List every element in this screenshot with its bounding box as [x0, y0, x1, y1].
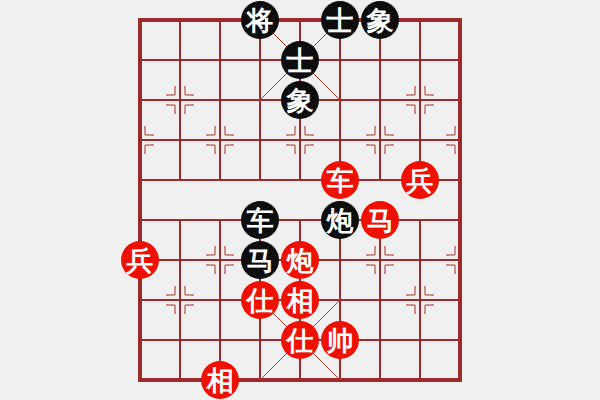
piece-red-horse[interactable]: 马 — [361, 201, 399, 239]
piece-black-advisor[interactable]: 士 — [281, 41, 319, 79]
piece-red-advisor[interactable]: 仕 — [281, 321, 319, 359]
piece-red-cannon[interactable]: 炮 — [281, 241, 319, 279]
piece-red-advisor[interactable]: 仕 — [241, 281, 279, 319]
board-grid: 将士象士象车炮马车兵马兵炮仕相仕帅相 — [120, 0, 480, 400]
piece-black-horse[interactable]: 马 — [241, 241, 279, 279]
piece-red-elephant[interactable]: 相 — [201, 361, 239, 399]
xiangqi-diagram: 将士象士象车炮马车兵马兵炮仕相仕帅相 — [0, 0, 600, 400]
piece-black-elephant[interactable]: 象 — [361, 1, 399, 39]
piece-black-chariot[interactable]: 车 — [241, 201, 279, 239]
piece-black-cannon[interactable]: 炮 — [321, 201, 359, 239]
piece-black-general[interactable]: 将 — [241, 1, 279, 39]
piece-red-chariot[interactable]: 车 — [321, 161, 359, 199]
piece-red-elephant[interactable]: 相 — [281, 281, 319, 319]
piece-black-elephant[interactable]: 象 — [281, 81, 319, 119]
piece-red-general[interactable]: 帅 — [321, 321, 359, 359]
piece-red-soldier[interactable]: 兵 — [401, 161, 439, 199]
piece-black-advisor[interactable]: 士 — [321, 1, 359, 39]
piece-red-soldier[interactable]: 兵 — [121, 241, 159, 279]
